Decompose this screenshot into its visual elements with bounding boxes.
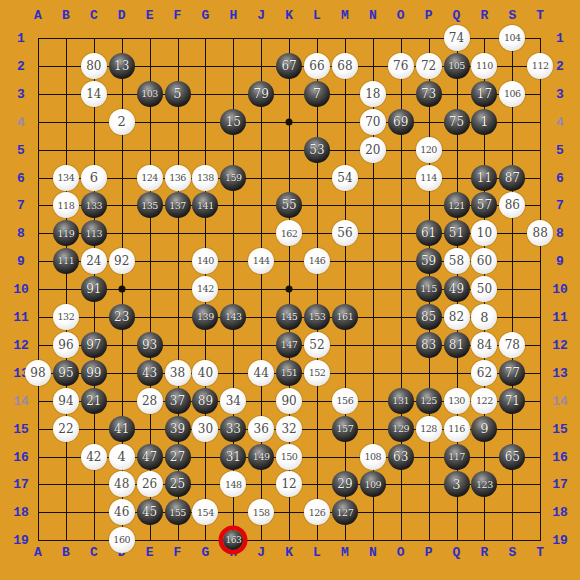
stone-O16[interactable]: 63 [388, 444, 414, 470]
row-label-left: 17 [13, 477, 29, 492]
stone-K16[interactable]: 150 [276, 444, 302, 470]
stone-L13[interactable]: 152 [304, 360, 330, 386]
move-number: 123 [476, 480, 493, 490]
col-label-bottom: F [174, 545, 182, 560]
stone-D9[interactable]: 92 [109, 248, 135, 274]
move-number: 86 [505, 199, 520, 211]
stone-C10[interactable]: 91 [81, 276, 107, 302]
move-number: 125 [420, 396, 437, 406]
stone-Q10[interactable]: 49 [444, 276, 470, 302]
move-number: 149 [253, 452, 270, 462]
move-number: 112 [532, 61, 549, 71]
stone-Q11[interactable]: 82 [444, 304, 470, 330]
col-label-top: C [90, 8, 98, 23]
move-number: 163 [225, 536, 241, 545]
move-number: 20 [365, 144, 380, 156]
move-number: 7 [313, 87, 321, 100]
move-number: 146 [309, 256, 326, 266]
stone-E3[interactable]: 103 [137, 81, 163, 107]
stone-P9[interactable]: 59 [416, 248, 442, 274]
move-number: 95 [58, 367, 73, 379]
stone-T2[interactable]: 112 [527, 53, 553, 79]
move-number: 113 [85, 229, 102, 239]
move-number: 140 [197, 256, 214, 266]
stone-B14[interactable]: 94 [53, 388, 79, 414]
go-board-app: AABBCCDDEEFFGGHHJJKKLLMMNNOOPPQQRRSSTT11… [0, 0, 580, 580]
stone-C16[interactable]: 42 [81, 444, 107, 470]
move-number: 133 [85, 201, 102, 211]
move-number: 90 [281, 395, 296, 407]
move-number: 117 [448, 452, 465, 462]
stone-L12[interactable]: 52 [304, 332, 330, 358]
move-number: 48 [114, 478, 129, 490]
stone-E17[interactable]: 26 [137, 471, 163, 497]
stone-Q15[interactable]: 116 [444, 416, 470, 442]
move-number: 111 [58, 256, 75, 266]
row-label-right: 10 [552, 282, 568, 297]
move-number: 98 [30, 367, 45, 379]
stone-R8[interactable]: 10 [471, 220, 497, 246]
stone-B13[interactable]: 95 [53, 360, 79, 386]
stone-L5[interactable]: 53 [304, 137, 330, 163]
stone-G13[interactable]: 40 [192, 360, 218, 386]
move-number: 76 [393, 60, 408, 72]
stone-C2[interactable]: 80 [81, 53, 107, 79]
move-number: 78 [505, 339, 520, 351]
stone-D17[interactable]: 48 [109, 471, 135, 497]
move-number: 108 [364, 452, 381, 462]
stone-H6[interactable]: 159 [220, 165, 246, 191]
stone-J13[interactable]: 44 [248, 360, 274, 386]
move-number: 79 [254, 88, 269, 100]
move-number: 87 [505, 172, 520, 184]
star-point [286, 118, 293, 125]
row-label-right: 18 [552, 505, 568, 520]
move-number: 106 [504, 89, 521, 99]
stone-Q8[interactable]: 51 [444, 220, 470, 246]
stone-M14[interactable]: 156 [332, 388, 358, 414]
stone-O2[interactable]: 76 [388, 53, 414, 79]
stone-R6[interactable]: 11 [471, 165, 497, 191]
stone-D18[interactable]: 46 [109, 499, 135, 525]
stone-R11[interactable]: 8 [471, 304, 497, 330]
move-number: 96 [58, 339, 73, 351]
stone-D11[interactable]: 23 [109, 304, 135, 330]
move-number: 58 [449, 255, 464, 267]
move-number: 30 [198, 423, 213, 435]
stone-S6[interactable]: 87 [499, 165, 525, 191]
stone-H16[interactable]: 31 [220, 444, 246, 470]
stone-H11[interactable]: 143 [220, 304, 246, 330]
stone-K14[interactable]: 90 [276, 388, 302, 414]
move-number: 155 [169, 508, 186, 518]
stone-L9[interactable]: 146 [304, 248, 330, 274]
move-number: 91 [86, 283, 101, 295]
move-number: 116 [448, 424, 465, 434]
stone-H14[interactable]: 34 [220, 388, 246, 414]
stone-Q17[interactable]: 3 [444, 471, 470, 497]
stone-P12[interactable]: 83 [416, 332, 442, 358]
stone-P5[interactable]: 120 [416, 137, 442, 163]
move-number: 49 [449, 283, 464, 295]
stone-N17[interactable]: 109 [360, 471, 386, 497]
grid-vline [317, 38, 318, 541]
move-number: 160 [113, 535, 130, 545]
move-number: 14 [86, 88, 101, 100]
stone-L2[interactable]: 66 [304, 53, 330, 79]
move-number: 67 [281, 60, 296, 72]
move-number: 32 [281, 423, 296, 435]
stone-J15[interactable]: 36 [248, 416, 274, 442]
stone-B6[interactable]: 134 [53, 165, 79, 191]
stone-O4[interactable]: 69 [388, 109, 414, 135]
col-label-top: R [480, 8, 488, 23]
stone-P6[interactable]: 114 [416, 165, 442, 191]
move-number: 93 [142, 339, 157, 351]
stone-G15[interactable]: 30 [192, 416, 218, 442]
move-number: 23 [114, 311, 129, 323]
move-number: 9 [480, 422, 488, 435]
row-label-right: 9 [556, 254, 564, 269]
stone-P14[interactable]: 125 [416, 388, 442, 414]
stone-R4[interactable]: 1 [471, 109, 497, 135]
move-number: 24 [86, 255, 101, 267]
stone-F15[interactable]: 39 [165, 416, 191, 442]
stone-E16[interactable]: 47 [137, 444, 163, 470]
row-label-left: 16 [13, 449, 29, 464]
move-number: 26 [142, 478, 157, 490]
move-number: 85 [421, 311, 436, 323]
move-number: 29 [337, 478, 352, 490]
move-number: 72 [421, 60, 436, 72]
move-number: 122 [476, 396, 493, 406]
stone-B12[interactable]: 96 [53, 332, 79, 358]
move-number: 61 [421, 227, 436, 239]
row-label-left: 9 [17, 254, 25, 269]
star-point [118, 286, 125, 293]
stone-P3[interactable]: 73 [416, 81, 442, 107]
row-label-right: 8 [556, 226, 564, 241]
stone-J18[interactable]: 158 [248, 499, 274, 525]
row-label-left: 14 [13, 393, 29, 408]
stone-Q12[interactable]: 81 [444, 332, 470, 358]
stone-J3[interactable]: 79 [248, 81, 274, 107]
row-label-left: 10 [13, 282, 29, 297]
row-label-left: 7 [17, 198, 25, 213]
col-label-top: Q [453, 8, 461, 23]
move-number: 75 [449, 116, 464, 128]
stone-A13[interactable]: 98 [25, 360, 51, 386]
stone-F18[interactable]: 155 [165, 499, 191, 525]
stone-E14[interactable]: 28 [137, 388, 163, 414]
stone-P15[interactable]: 128 [416, 416, 442, 442]
col-label-bottom: M [341, 545, 349, 560]
stone-F6[interactable]: 136 [165, 165, 191, 191]
col-label-top: G [201, 8, 209, 23]
col-label-top: E [146, 8, 154, 23]
stone-S14[interactable]: 71 [499, 388, 525, 414]
row-label-left: 8 [17, 226, 25, 241]
stone-D19[interactable]: 160 [109, 527, 135, 553]
move-number: 89 [198, 395, 213, 407]
move-number: 88 [533, 227, 548, 239]
move-number: 66 [309, 60, 324, 72]
stone-R9[interactable]: 60 [471, 248, 497, 274]
move-number: 114 [420, 173, 437, 183]
stone-N4[interactable]: 70 [360, 109, 386, 135]
stone-B15[interactable]: 22 [53, 416, 79, 442]
stone-S16[interactable]: 65 [499, 444, 525, 470]
stone-G18[interactable]: 154 [192, 499, 218, 525]
stone-Q14[interactable]: 130 [444, 388, 470, 414]
move-number: 21 [86, 395, 101, 407]
stone-K8[interactable]: 162 [276, 220, 302, 246]
stone-S3[interactable]: 106 [499, 81, 525, 107]
stone-Q9[interactable]: 58 [444, 248, 470, 274]
stone-C12[interactable]: 97 [81, 332, 107, 358]
move-number: 136 [169, 173, 186, 183]
stone-G6[interactable]: 138 [192, 165, 218, 191]
move-number: 37 [170, 395, 185, 407]
stone-O15[interactable]: 129 [388, 416, 414, 442]
col-label-top: O [397, 8, 405, 23]
move-number: 55 [281, 199, 296, 211]
move-number: 60 [477, 255, 492, 267]
stone-C6[interactable]: 6 [81, 165, 107, 191]
stone-R3[interactable]: 17 [471, 81, 497, 107]
stone-B9[interactable]: 111 [53, 248, 79, 274]
move-number: 47 [142, 451, 157, 463]
stone-G10[interactable]: 142 [192, 276, 218, 302]
move-number: 132 [58, 312, 75, 322]
stone-G9[interactable]: 140 [192, 248, 218, 274]
move-number: 150 [281, 452, 298, 462]
stone-K15[interactable]: 32 [276, 416, 302, 442]
move-number: 52 [309, 339, 324, 351]
stone-M18[interactable]: 127 [332, 499, 358, 525]
stone-R7[interactable]: 57 [471, 192, 497, 218]
move-number: 115 [420, 284, 437, 294]
row-label-left: 6 [17, 170, 25, 185]
stone-R12[interactable]: 84 [471, 332, 497, 358]
move-number: 135 [141, 201, 158, 211]
stone-Q4[interactable]: 75 [444, 109, 470, 135]
stone-Q16[interactable]: 117 [444, 444, 470, 470]
stone-K12[interactable]: 147 [276, 332, 302, 358]
move-number: 71 [505, 395, 520, 407]
move-number: 34 [226, 395, 241, 407]
stone-N16[interactable]: 108 [360, 444, 386, 470]
stone-R10[interactable]: 50 [471, 276, 497, 302]
stone-F7[interactable]: 137 [165, 192, 191, 218]
move-number: 43 [142, 367, 157, 379]
col-label-bottom: T [536, 545, 544, 560]
move-number: 41 [114, 423, 129, 435]
stone-R2[interactable]: 110 [471, 53, 497, 79]
stone-N5[interactable]: 20 [360, 137, 386, 163]
stone-E6[interactable]: 124 [137, 165, 163, 191]
stone-M11[interactable]: 161 [332, 304, 358, 330]
stone-F3[interactable]: 5 [165, 81, 191, 107]
move-number: 158 [253, 508, 270, 518]
move-number: 104 [504, 33, 521, 43]
stone-P11[interactable]: 85 [416, 304, 442, 330]
stone-D2[interactable]: 13 [109, 53, 135, 79]
col-label-top: L [313, 8, 321, 23]
stone-M17[interactable]: 29 [332, 471, 358, 497]
move-number: 97 [86, 339, 101, 351]
stone-C14[interactable]: 21 [81, 388, 107, 414]
move-number: 2 [118, 115, 126, 128]
move-number: 69 [393, 116, 408, 128]
move-number: 84 [477, 339, 492, 351]
stone-Q1[interactable]: 74 [444, 25, 470, 51]
move-number: 99 [86, 367, 101, 379]
stone-K7[interactable]: 55 [276, 192, 302, 218]
stone-K17[interactable]: 12 [276, 471, 302, 497]
col-label-top: B [62, 8, 70, 23]
stone-H19-last-move[interactable]: 163 [223, 530, 243, 550]
stone-C8[interactable]: 113 [81, 220, 107, 246]
move-number: 124 [141, 173, 158, 183]
stone-J16[interactable]: 149 [248, 444, 274, 470]
stone-B7[interactable]: 118 [53, 192, 79, 218]
stone-K11[interactable]: 145 [276, 304, 302, 330]
stone-R13[interactable]: 62 [471, 360, 497, 386]
move-number: 126 [309, 508, 326, 518]
move-number: 152 [309, 368, 326, 378]
row-label-left: 4 [17, 114, 25, 129]
move-number: 138 [197, 173, 214, 183]
col-label-bottom: P [425, 545, 433, 560]
stone-T8[interactable]: 88 [527, 220, 553, 246]
stone-L18[interactable]: 126 [304, 499, 330, 525]
move-number: 137 [169, 201, 186, 211]
stone-K2[interactable]: 67 [276, 53, 302, 79]
row-label-right: 12 [552, 337, 568, 352]
col-label-bottom: R [480, 545, 488, 560]
move-number: 161 [337, 312, 354, 322]
col-label-bottom: G [201, 545, 209, 560]
stone-E13[interactable]: 43 [137, 360, 163, 386]
stone-D16[interactable]: 4 [109, 444, 135, 470]
stone-P2[interactable]: 72 [416, 53, 442, 79]
col-label-bottom: A [34, 545, 42, 560]
col-label-top: K [285, 8, 293, 23]
col-label-bottom: C [90, 545, 98, 560]
move-number: 105 [448, 61, 465, 71]
stone-Q7[interactable]: 121 [444, 192, 470, 218]
stone-R17[interactable]: 123 [471, 471, 497, 497]
move-number: 56 [337, 227, 352, 239]
stone-C13[interactable]: 99 [81, 360, 107, 386]
stone-M2[interactable]: 68 [332, 53, 358, 79]
stone-F17[interactable]: 25 [165, 471, 191, 497]
row-label-right: 16 [552, 449, 568, 464]
stone-L3[interactable]: 7 [304, 81, 330, 107]
stone-M8[interactable]: 56 [332, 220, 358, 246]
stone-C7[interactable]: 133 [81, 192, 107, 218]
row-label-left: 19 [13, 533, 29, 548]
stone-E18[interactable]: 45 [137, 499, 163, 525]
stone-E12[interactable]: 93 [137, 332, 163, 358]
move-number: 143 [225, 312, 242, 322]
row-label-right: 7 [556, 198, 564, 213]
move-number: 50 [477, 283, 492, 295]
col-label-top: A [34, 8, 42, 23]
stone-E7[interactable]: 135 [137, 192, 163, 218]
stone-G11[interactable]: 139 [192, 304, 218, 330]
stone-H15[interactable]: 33 [220, 416, 246, 442]
move-number: 45 [142, 506, 157, 518]
stone-P8[interactable]: 61 [416, 220, 442, 246]
move-number: 82 [449, 311, 464, 323]
col-label-top: F [174, 8, 182, 23]
row-label-right: 15 [552, 421, 568, 436]
move-number: 77 [505, 367, 520, 379]
stone-K13[interactable]: 151 [276, 360, 302, 386]
stone-G14[interactable]: 89 [192, 388, 218, 414]
row-label-left: 15 [13, 421, 29, 436]
move-number: 31 [226, 451, 241, 463]
stone-S1[interactable]: 104 [499, 25, 525, 51]
stone-J9[interactable]: 144 [248, 248, 274, 274]
move-number: 1 [480, 115, 488, 128]
stone-M15[interactable]: 157 [332, 416, 358, 442]
stone-B11[interactable]: 132 [53, 304, 79, 330]
stone-R15[interactable]: 9 [471, 416, 497, 442]
stone-S12[interactable]: 78 [499, 332, 525, 358]
stone-G7[interactable]: 141 [192, 192, 218, 218]
move-number: 131 [392, 396, 409, 406]
row-label-right: 17 [552, 477, 568, 492]
stone-L11[interactable]: 153 [304, 304, 330, 330]
move-number: 5 [173, 87, 181, 100]
stone-H17[interactable]: 148 [220, 471, 246, 497]
star-point [286, 286, 293, 293]
stone-S7[interactable]: 86 [499, 192, 525, 218]
stone-F13[interactable]: 38 [165, 360, 191, 386]
stone-B8[interactable]: 119 [53, 220, 79, 246]
stone-F16[interactable]: 27 [165, 444, 191, 470]
stone-R14[interactable]: 122 [471, 388, 497, 414]
move-number: 38 [170, 367, 185, 379]
stone-H4[interactable]: 15 [220, 109, 246, 135]
col-label-bottom: J [257, 545, 265, 560]
row-label-right: 13 [552, 365, 568, 380]
stone-P10[interactable]: 115 [416, 276, 442, 302]
stone-N3[interactable]: 18 [360, 81, 386, 107]
stone-C9[interactable]: 24 [81, 248, 107, 274]
move-number: 103 [141, 89, 158, 99]
stone-M6[interactable]: 54 [332, 165, 358, 191]
move-number: 63 [393, 451, 408, 463]
stone-O14[interactable]: 131 [388, 388, 414, 414]
col-label-top: H [229, 8, 237, 23]
stone-S13[interactable]: 77 [499, 360, 525, 386]
move-number: 15 [226, 116, 241, 128]
row-label-right: 19 [552, 533, 568, 548]
move-number: 134 [58, 173, 75, 183]
stone-F14[interactable]: 37 [165, 388, 191, 414]
row-label-left: 1 [17, 31, 25, 46]
stone-D15[interactable]: 41 [109, 416, 135, 442]
stone-Q2[interactable]: 105 [444, 53, 470, 79]
stone-C3[interactable]: 14 [81, 81, 107, 107]
stone-D4[interactable]: 2 [109, 109, 135, 135]
move-number: 28 [142, 395, 157, 407]
col-label-top: S [508, 8, 516, 23]
